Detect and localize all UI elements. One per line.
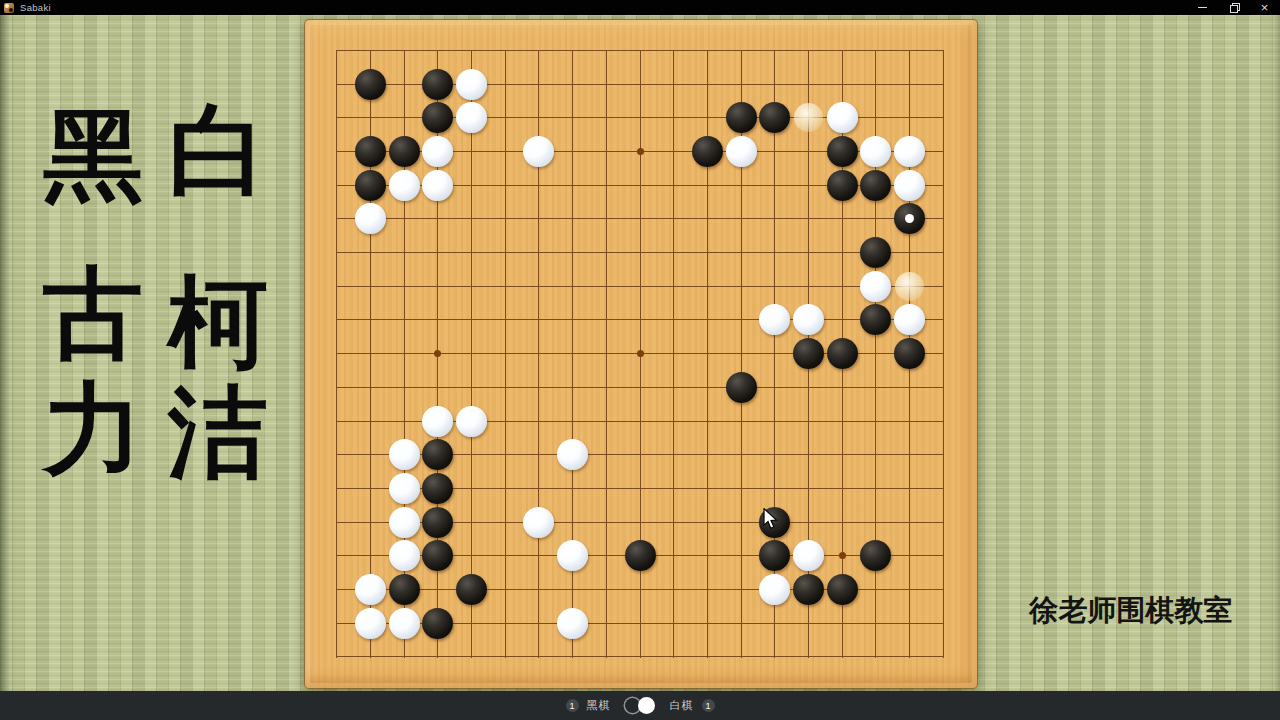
white-stone [860,136,891,167]
white-stone [355,574,386,605]
grid-line [337,387,945,388]
grid-line [673,50,674,658]
black-stone [759,102,790,133]
caption-jie-char: 洁 [168,382,268,482]
white-stone [793,304,824,335]
status-bar: 1 黑棋 白棋 1 [0,691,1280,720]
black-stone [793,574,824,605]
white-stone [422,406,453,437]
black-stone [894,338,925,369]
black-stone [422,507,453,538]
turn-toggle[interactable] [625,697,656,714]
caption-ke-char: 柯 [168,272,268,372]
grid-line [943,50,944,658]
black-stone [355,170,386,201]
close-icon: × [1261,1,1269,14]
minimize-button[interactable] [1187,0,1218,15]
restore-button[interactable] [1218,0,1249,15]
white-stone [389,473,420,504]
black-stone [827,170,858,201]
white-stone [759,304,790,335]
black-stone [860,170,891,201]
white-stone [557,540,588,571]
white-turn-circle-icon [638,697,655,714]
black-stone [422,608,453,639]
black-player-label: 黑棋 [587,698,611,713]
classroom-watermark: 徐老师围棋教室 [1020,591,1242,631]
star-point [637,350,644,357]
black-stone [827,574,858,605]
black-stone [827,338,858,369]
black-stone [726,372,757,403]
white-stone [389,540,420,571]
white-stone [523,136,554,167]
white-stone [355,608,386,639]
caption-white-char: 白 [168,100,268,200]
black-stone [422,102,453,133]
grid-line [336,50,337,658]
minimize-icon [1198,7,1207,8]
black-stone [422,540,453,571]
white-stone [759,574,790,605]
black-stone [827,136,858,167]
titlebar: Sabaki × [0,0,1280,15]
caption-gu-char: 古 [43,263,143,363]
black-stone [860,237,891,268]
black-stone [726,102,757,133]
window-controls: × [1187,0,1280,15]
white-stone [456,102,487,133]
status-bar-content: 1 黑棋 白棋 1 [566,697,715,714]
black-stone [759,540,790,571]
black-stone [860,304,891,335]
white-stone [422,136,453,167]
black-stone [692,136,723,167]
white-stone [389,170,420,201]
black-stone [625,540,656,571]
white-stone [422,170,453,201]
white-stone [894,170,925,201]
white-stone [557,608,588,639]
restore-icon [1229,3,1239,13]
black-stone [422,439,453,470]
grid-line [337,656,945,657]
white-stone [389,439,420,470]
star-point [434,350,441,357]
white-stone [523,507,554,538]
close-button[interactable]: × [1249,0,1280,15]
ghost-white-stone [794,103,823,132]
black-stone [422,473,453,504]
star-point [839,552,846,559]
star-point [637,148,644,155]
caption-li-char: 力 [43,378,143,478]
black-stone [389,574,420,605]
black-capture-badge: 1 [566,699,579,712]
grid-line [606,50,607,658]
black-stone [355,69,386,100]
black-stone [422,69,453,100]
window-title: Sabaki [20,2,51,13]
white-stone [456,69,487,100]
white-stone [389,608,420,639]
white-player-label: 白棋 [670,698,694,713]
grid-line [505,50,506,658]
white-stone [557,439,588,470]
black-stone [456,574,487,605]
white-stone [860,271,891,302]
black-stone [793,338,824,369]
white-stone [726,136,757,167]
white-stone [793,540,824,571]
white-stone [894,136,925,167]
white-stone [827,102,858,133]
caption-black-char: 黑 [43,105,143,205]
white-stone [355,203,386,234]
ghost-white-stone [895,272,924,301]
black-stone [389,136,420,167]
black-stone [860,540,891,571]
white-stone [389,507,420,538]
sabaki-logo-icon [4,3,14,13]
go-board[interactable] [305,20,977,688]
mouse-cursor [763,508,778,534]
grid-line [471,50,472,658]
white-capture-badge: 1 [702,699,715,712]
white-stone [894,304,925,335]
white-stone [456,406,487,437]
black-stone [355,136,386,167]
